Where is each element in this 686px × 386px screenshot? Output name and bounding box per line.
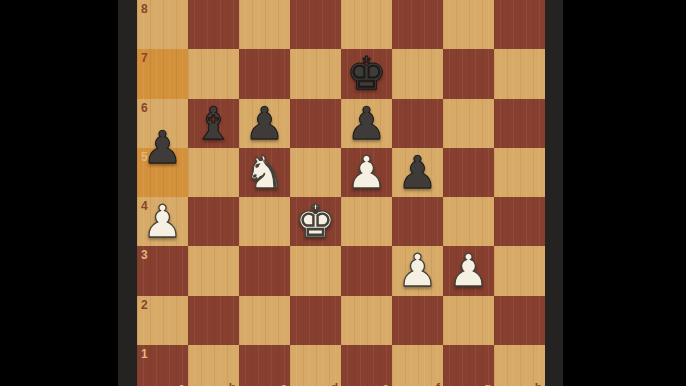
file-label-a: a (178, 382, 185, 386)
file-label-d: d (331, 382, 338, 386)
square-a4[interactable]: 4♟ (137, 197, 188, 246)
rank-label-6: 6 (141, 102, 148, 114)
piece-white-pawn-a4[interactable]: ♟ (142, 197, 182, 246)
file-label-e: e (382, 382, 389, 386)
square-f3[interactable]: ♟ (392, 246, 443, 295)
square-f4[interactable] (392, 197, 443, 246)
square-f2[interactable] (392, 296, 443, 345)
square-a2[interactable]: 2 (137, 296, 188, 345)
piece-black-pawn-f5[interactable]: ♟ (397, 148, 437, 197)
square-g4[interactable] (443, 197, 494, 246)
square-f7[interactable] (392, 49, 443, 98)
square-h4[interactable] (494, 197, 545, 246)
piece-black-king-e7[interactable]: ♚ (346, 49, 386, 98)
rank-label-3: 3 (141, 249, 148, 261)
piece-black-pawn-a5[interactable]: ♟ (142, 123, 182, 172)
square-c3[interactable] (239, 246, 290, 295)
square-d5[interactable] (290, 148, 341, 197)
square-h1[interactable]: h (494, 345, 545, 386)
square-h7[interactable] (494, 49, 545, 98)
square-c4[interactable] (239, 197, 290, 246)
square-e8[interactable] (341, 0, 392, 49)
chess-board: 87♚6♝♟♟5♟♞♟♟4♟♚3♟♟21abcdefgh (137, 0, 545, 386)
square-e5[interactable]: ♟ (341, 148, 392, 197)
rank-label-2: 2 (141, 299, 148, 311)
square-b1[interactable]: b (188, 345, 239, 386)
square-b8[interactable] (188, 0, 239, 49)
square-b6[interactable]: ♝ (188, 99, 239, 148)
square-d4[interactable]: ♚ (290, 197, 341, 246)
file-label-g: g (484, 382, 491, 386)
square-g6[interactable] (443, 99, 494, 148)
file-label-f: f (436, 382, 440, 386)
square-f6[interactable] (392, 99, 443, 148)
square-f5[interactable]: ♟ (392, 148, 443, 197)
screenshot-stage: 87♚6♝♟♟5♟♞♟♟4♟♚3♟♟21abcdefgh (0, 0, 686, 386)
square-a5[interactable]: 5♟ (137, 148, 188, 197)
piece-white-pawn-g3[interactable]: ♟ (448, 246, 488, 295)
square-c6[interactable]: ♟ (239, 99, 290, 148)
piece-black-bishop-b6[interactable]: ♝ (193, 99, 233, 148)
square-e3[interactable] (341, 246, 392, 295)
square-a1[interactable]: 1a (137, 345, 188, 386)
square-a7[interactable]: 7 (137, 49, 188, 98)
piece-white-knight-c5[interactable]: ♞ (244, 148, 284, 197)
file-label-c: c (280, 382, 287, 386)
square-d2[interactable] (290, 296, 341, 345)
square-h5[interactable] (494, 148, 545, 197)
square-h3[interactable] (494, 246, 545, 295)
square-e1[interactable]: e (341, 345, 392, 386)
square-c2[interactable] (239, 296, 290, 345)
square-d1[interactable]: d (290, 345, 341, 386)
square-b4[interactable] (188, 197, 239, 246)
square-g5[interactable] (443, 148, 494, 197)
piece-black-pawn-c6[interactable]: ♟ (244, 99, 284, 148)
square-b7[interactable] (188, 49, 239, 98)
square-b3[interactable] (188, 246, 239, 295)
square-f8[interactable] (392, 0, 443, 49)
square-c5[interactable]: ♞ (239, 148, 290, 197)
square-g2[interactable] (443, 296, 494, 345)
square-e7[interactable]: ♚ (341, 49, 392, 98)
app-panel: 87♚6♝♟♟5♟♞♟♟4♟♚3♟♟21abcdefgh (118, 0, 563, 386)
square-g3[interactable]: ♟ (443, 246, 494, 295)
rank-label-4: 4 (141, 200, 148, 212)
square-a3[interactable]: 3 (137, 246, 188, 295)
square-g1[interactable]: g (443, 345, 494, 386)
piece-white-king-d4[interactable]: ♚ (295, 197, 335, 246)
file-label-h: h (535, 382, 542, 386)
piece-white-pawn-e5[interactable]: ♟ (346, 148, 386, 197)
rank-label-1: 1 (141, 348, 148, 360)
rank-label-8: 8 (141, 3, 148, 15)
square-f1[interactable]: f (392, 345, 443, 386)
square-h6[interactable] (494, 99, 545, 148)
piece-white-pawn-f3[interactable]: ♟ (397, 246, 437, 295)
square-b5[interactable] (188, 148, 239, 197)
square-b2[interactable] (188, 296, 239, 345)
rank-label-5: 5 (141, 151, 148, 163)
square-e2[interactable] (341, 296, 392, 345)
square-e6[interactable]: ♟ (341, 99, 392, 148)
square-d7[interactable] (290, 49, 341, 98)
square-c8[interactable] (239, 0, 290, 49)
square-h2[interactable] (494, 296, 545, 345)
square-d6[interactable] (290, 99, 341, 148)
square-g7[interactable] (443, 49, 494, 98)
square-c1[interactable]: c (239, 345, 290, 386)
square-a8[interactable]: 8 (137, 0, 188, 49)
letterbox-right (563, 0, 686, 386)
square-h8[interactable] (494, 0, 545, 49)
rank-label-7: 7 (141, 52, 148, 64)
square-d8[interactable] (290, 0, 341, 49)
square-e4[interactable] (341, 197, 392, 246)
file-label-b: b (229, 382, 236, 386)
square-g8[interactable] (443, 0, 494, 49)
piece-black-pawn-e6[interactable]: ♟ (346, 99, 386, 148)
square-c7[interactable] (239, 49, 290, 98)
letterbox-left (0, 0, 118, 386)
square-d3[interactable] (290, 246, 341, 295)
